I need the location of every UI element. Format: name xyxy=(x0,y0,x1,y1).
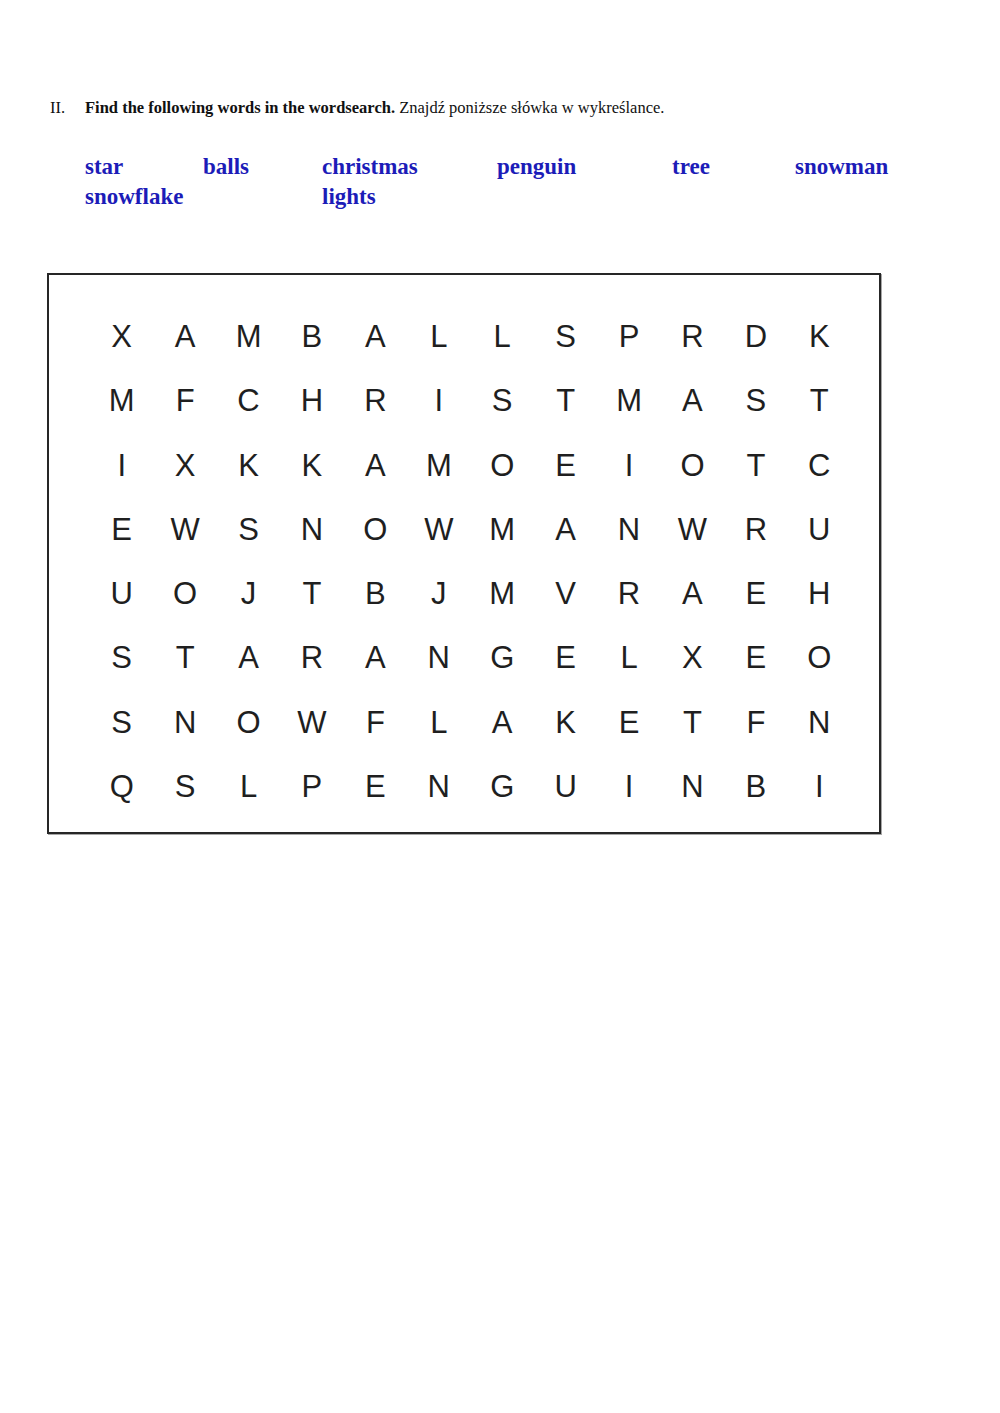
grid-cell[interactable]: A xyxy=(471,691,534,755)
grid-cell[interactable]: I xyxy=(407,369,470,433)
grid-cell[interactable]: J xyxy=(217,562,280,626)
grid-cell[interactable]: O xyxy=(788,626,851,690)
grid-cell[interactable]: A xyxy=(217,626,280,690)
grid-cell[interactable]: T xyxy=(788,369,851,433)
grid-cell[interactable]: K xyxy=(788,305,851,369)
grid-cell[interactable]: H xyxy=(788,562,851,626)
grid-cell[interactable]: X xyxy=(90,305,153,369)
grid-cell[interactable]: M xyxy=(407,434,470,498)
grid-cell[interactable]: T xyxy=(153,626,216,690)
grid-cell[interactable]: I xyxy=(90,434,153,498)
grid-cell[interactable]: N xyxy=(661,755,724,819)
grid-cell[interactable]: E xyxy=(724,626,787,690)
grid-cell[interactable]: S xyxy=(724,369,787,433)
grid-cell[interactable]: W xyxy=(661,498,724,562)
grid-cell[interactable]: R xyxy=(344,369,407,433)
grid-cell[interactable]: N xyxy=(280,498,343,562)
grid-cell[interactable]: R xyxy=(724,498,787,562)
grid-cell[interactable]: M xyxy=(471,562,534,626)
grid-cell[interactable]: I xyxy=(788,755,851,819)
grid-cell[interactable]: E xyxy=(724,562,787,626)
grid-cell[interactable]: W xyxy=(407,498,470,562)
instruction-line: II.Find the following words in the words… xyxy=(50,97,664,119)
grid-cell[interactable]: M xyxy=(597,369,660,433)
grid-cell[interactable]: P xyxy=(597,305,660,369)
grid-cell[interactable]: H xyxy=(280,369,343,433)
grid-cell[interactable]: K xyxy=(280,434,343,498)
grid-cell[interactable]: N xyxy=(597,498,660,562)
grid-cell[interactable]: L xyxy=(597,626,660,690)
grid-cell[interactable]: C xyxy=(788,434,851,498)
grid-cell[interactable]: M xyxy=(217,305,280,369)
wordsearch-grid: XAMBALLSPRDKMFCHRISTMASTIXKKAMOEIOTCEWSN… xyxy=(47,273,881,834)
grid-cell[interactable]: N xyxy=(407,626,470,690)
grid-cell[interactable]: N xyxy=(407,755,470,819)
grid-cell[interactable]: O xyxy=(344,498,407,562)
grid-cell[interactable]: E xyxy=(597,691,660,755)
grid-cell[interactable]: S xyxy=(153,755,216,819)
grid-cell[interactable]: W xyxy=(280,691,343,755)
grid-cell[interactable]: S xyxy=(217,498,280,562)
grid-cell[interactable]: A xyxy=(661,369,724,433)
grid-cell[interactable]: G xyxy=(471,626,534,690)
grid-cell[interactable]: A xyxy=(534,498,597,562)
grid-cell[interactable]: S xyxy=(90,626,153,690)
word-item: snowflake xyxy=(85,182,203,212)
grid-cell[interactable]: S xyxy=(534,305,597,369)
grid-cell[interactable]: X xyxy=(153,434,216,498)
grid-cell[interactable]: K xyxy=(534,691,597,755)
grid-cell[interactable]: A xyxy=(344,305,407,369)
grid-cell[interactable]: A xyxy=(153,305,216,369)
grid-cell[interactable]: E xyxy=(344,755,407,819)
grid-cell[interactable]: N xyxy=(788,691,851,755)
grid-cell[interactable]: E xyxy=(534,626,597,690)
grid-cell[interactable]: O xyxy=(217,691,280,755)
word-item: snowman xyxy=(795,152,888,182)
worksheet-page: II.Find the following words in the words… xyxy=(0,0,1000,1413)
word-item: penguin xyxy=(497,152,672,182)
grid-cell[interactable]: L xyxy=(407,305,470,369)
word-list: starballschristmaspenguintreesnowmansnow… xyxy=(85,152,888,212)
grid-cell[interactable]: P xyxy=(280,755,343,819)
grid-cell[interactable]: T xyxy=(661,691,724,755)
grid-cell[interactable]: F xyxy=(724,691,787,755)
grid-cell[interactable]: R xyxy=(597,562,660,626)
grid-cell[interactable]: A xyxy=(344,626,407,690)
grid-cell[interactable]: E xyxy=(90,498,153,562)
grid-cell[interactable]: A xyxy=(344,434,407,498)
grid-cell[interactable]: U xyxy=(534,755,597,819)
grid-cell[interactable]: T xyxy=(280,562,343,626)
grid-cell[interactable]: G xyxy=(471,755,534,819)
grid-cell[interactable]: R xyxy=(280,626,343,690)
word-item: star xyxy=(85,152,203,182)
grid-cell[interactable]: T xyxy=(534,369,597,433)
word-item: lights xyxy=(322,182,497,212)
grid-cell[interactable]: O xyxy=(471,434,534,498)
grid-cell[interactable]: M xyxy=(90,369,153,433)
grid-cell[interactable]: B xyxy=(724,755,787,819)
grid-cell[interactable]: C xyxy=(217,369,280,433)
word-item: balls xyxy=(203,152,322,182)
grid-cell[interactable]: A xyxy=(661,562,724,626)
grid-cell[interactable]: I xyxy=(597,755,660,819)
grid-cell[interactable]: R xyxy=(661,305,724,369)
grid-cell[interactable]: N xyxy=(153,691,216,755)
grid-cell[interactable]: J xyxy=(407,562,470,626)
grid-cell[interactable]: X xyxy=(661,626,724,690)
grid-cell[interactable]: W xyxy=(153,498,216,562)
grid-cell[interactable]: L xyxy=(407,691,470,755)
grid-cell[interactable]: E xyxy=(534,434,597,498)
word-item: christmas xyxy=(322,152,497,182)
grid-cell[interactable]: M xyxy=(471,498,534,562)
instruction-polish: Znajdź poniższe słówka w wykreślance. xyxy=(399,98,664,117)
grid-cell[interactable]: D xyxy=(724,305,787,369)
grid-cell[interactable]: L xyxy=(471,305,534,369)
grid-cell[interactable]: L xyxy=(217,755,280,819)
grid-cell[interactable]: O xyxy=(153,562,216,626)
word-item: tree xyxy=(672,152,795,182)
grid-cell[interactable]: F xyxy=(153,369,216,433)
grid-cell[interactable]: F xyxy=(344,691,407,755)
grid-cell[interactable]: T xyxy=(724,434,787,498)
grid-cell[interactable]: K xyxy=(217,434,280,498)
grid-cell[interactable]: I xyxy=(597,434,660,498)
grid-cell[interactable]: Q xyxy=(90,755,153,819)
grid-cell[interactable]: U xyxy=(90,562,153,626)
grid-cell[interactable]: U xyxy=(788,498,851,562)
grid-cell[interactable]: V xyxy=(534,562,597,626)
grid-cell[interactable]: S xyxy=(90,691,153,755)
grid-cell[interactable]: S xyxy=(471,369,534,433)
grid-cell[interactable]: O xyxy=(661,434,724,498)
grid-cell[interactable]: B xyxy=(344,562,407,626)
section-numeral: II. xyxy=(50,97,85,119)
instruction-english: Find the following words in the wordsear… xyxy=(85,98,395,117)
grid-cell[interactable]: B xyxy=(280,305,343,369)
